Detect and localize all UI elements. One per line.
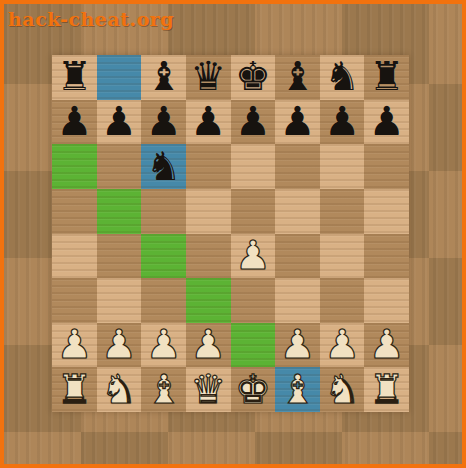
square-h4[interactable] <box>364 234 409 279</box>
black-bishop[interactable]: ♝ <box>280 56 316 96</box>
square-g2[interactable]: ♟ <box>320 323 365 368</box>
black-rook[interactable]: ♜ <box>369 56 405 96</box>
watermark-text: hack-cheat.org <box>8 8 174 30</box>
square-b5[interactable] <box>97 189 142 234</box>
square-d6[interactable] <box>186 144 231 189</box>
black-knight[interactable]: ♞ <box>146 146 182 186</box>
square-f3[interactable] <box>275 278 320 323</box>
white-knight[interactable]: ♞ <box>324 369 360 409</box>
square-h3[interactable] <box>364 278 409 323</box>
square-f8[interactable]: ♝ <box>275 55 320 100</box>
white-pawn[interactable]: ♟ <box>101 324 137 364</box>
white-pawn[interactable]: ♟ <box>190 324 226 364</box>
white-pawn[interactable]: ♟ <box>146 324 182 364</box>
square-f6[interactable] <box>275 144 320 189</box>
square-a2[interactable]: ♟ <box>52 323 97 368</box>
white-rook[interactable]: ♜ <box>56 369 92 409</box>
square-h1[interactable]: ♜ <box>364 367 409 412</box>
square-d1[interactable]: ♛ <box>186 367 231 412</box>
square-e4[interactable]: ♟ <box>231 234 276 279</box>
square-f5[interactable] <box>275 189 320 234</box>
square-a4[interactable] <box>52 234 97 279</box>
square-e8[interactable]: ♚ <box>231 55 276 100</box>
black-knight[interactable]: ♞ <box>324 56 360 96</box>
white-pawn[interactable]: ♟ <box>56 324 92 364</box>
square-a7[interactable]: ♟ <box>52 100 97 145</box>
square-c6[interactable]: ♞ <box>141 144 186 189</box>
square-a5[interactable] <box>52 189 97 234</box>
black-pawn[interactable]: ♟ <box>101 101 137 141</box>
square-d2[interactable]: ♟ <box>186 323 231 368</box>
square-b7[interactable]: ♟ <box>97 100 142 145</box>
square-a6[interactable] <box>52 144 97 189</box>
square-d4[interactable] <box>186 234 231 279</box>
black-pawn[interactable]: ♟ <box>190 101 226 141</box>
chess-app-screen: hack-cheat.org ♜♝♛♚♝♞♜♟♟♟♟♟♟♟♟♞♟♟♟♟♟♟♟♟♜… <box>0 0 466 468</box>
black-pawn[interactable]: ♟ <box>235 101 271 141</box>
square-b8[interactable] <box>97 55 142 100</box>
black-pawn[interactable]: ♟ <box>369 101 405 141</box>
square-h2[interactable]: ♟ <box>364 323 409 368</box>
white-knight[interactable]: ♞ <box>101 369 137 409</box>
square-c8[interactable]: ♝ <box>141 55 186 100</box>
square-e6[interactable] <box>231 144 276 189</box>
white-pawn[interactable]: ♟ <box>235 235 271 275</box>
square-f7[interactable]: ♟ <box>275 100 320 145</box>
square-h5[interactable] <box>364 189 409 234</box>
square-d5[interactable] <box>186 189 231 234</box>
white-rook[interactable]: ♜ <box>369 369 405 409</box>
white-king[interactable]: ♚ <box>235 369 271 409</box>
square-d3[interactable] <box>186 278 231 323</box>
black-pawn[interactable]: ♟ <box>280 101 316 141</box>
square-c3[interactable] <box>141 278 186 323</box>
square-c4[interactable] <box>141 234 186 279</box>
square-b2[interactable]: ♟ <box>97 323 142 368</box>
square-a3[interactable] <box>52 278 97 323</box>
square-e2[interactable] <box>231 323 276 368</box>
square-b4[interactable] <box>97 234 142 279</box>
chess-board: ♜♝♛♚♝♞♜♟♟♟♟♟♟♟♟♞♟♟♟♟♟♟♟♟♜♞♝♛♚♝♞♜ <box>52 55 409 412</box>
square-c5[interactable] <box>141 189 186 234</box>
black-pawn[interactable]: ♟ <box>56 101 92 141</box>
black-pawn[interactable]: ♟ <box>146 101 182 141</box>
square-d7[interactable]: ♟ <box>186 100 231 145</box>
square-c1[interactable]: ♝ <box>141 367 186 412</box>
white-bishop[interactable]: ♝ <box>146 369 182 409</box>
white-bishop[interactable]: ♝ <box>280 369 316 409</box>
square-f4[interactable] <box>275 234 320 279</box>
square-f1[interactable]: ♝ <box>275 367 320 412</box>
square-b3[interactable] <box>97 278 142 323</box>
square-b6[interactable] <box>97 144 142 189</box>
square-g8[interactable]: ♞ <box>320 55 365 100</box>
square-a1[interactable]: ♜ <box>52 367 97 412</box>
square-e5[interactable] <box>231 189 276 234</box>
white-queen[interactable]: ♛ <box>190 369 226 409</box>
square-e7[interactable]: ♟ <box>231 100 276 145</box>
square-h8[interactable]: ♜ <box>364 55 409 100</box>
square-d8[interactable]: ♛ <box>186 55 231 100</box>
black-pawn[interactable]: ♟ <box>324 101 360 141</box>
black-bishop[interactable]: ♝ <box>146 56 182 96</box>
square-e3[interactable] <box>231 278 276 323</box>
black-queen[interactable]: ♛ <box>190 56 226 96</box>
square-g1[interactable]: ♞ <box>320 367 365 412</box>
white-pawn[interactable]: ♟ <box>324 324 360 364</box>
white-pawn[interactable]: ♟ <box>369 324 405 364</box>
square-g5[interactable] <box>320 189 365 234</box>
square-c2[interactable]: ♟ <box>141 323 186 368</box>
square-a8[interactable]: ♜ <box>52 55 97 100</box>
square-g3[interactable] <box>320 278 365 323</box>
square-c7[interactable]: ♟ <box>141 100 186 145</box>
square-g6[interactable] <box>320 144 365 189</box>
square-b1[interactable]: ♞ <box>97 367 142 412</box>
square-g7[interactable]: ♟ <box>320 100 365 145</box>
black-rook[interactable]: ♜ <box>56 56 92 96</box>
black-king[interactable]: ♚ <box>235 56 271 96</box>
square-f2[interactable]: ♟ <box>275 323 320 368</box>
square-g4[interactable] <box>320 234 365 279</box>
square-h7[interactable]: ♟ <box>364 100 409 145</box>
square-h6[interactable] <box>364 144 409 189</box>
white-pawn[interactable]: ♟ <box>280 324 316 364</box>
square-e1[interactable]: ♚ <box>231 367 276 412</box>
